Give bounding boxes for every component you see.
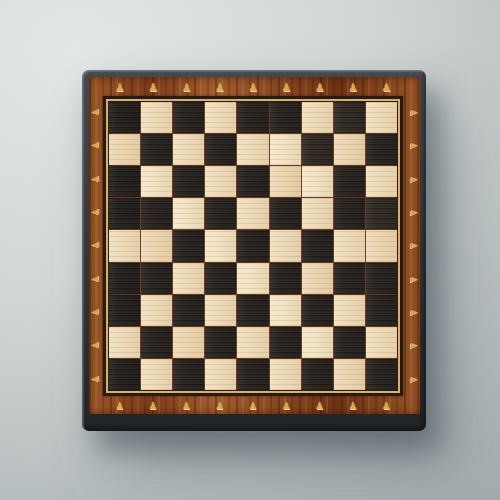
square-r5c7[interactable] [302,230,333,261]
pawn-ornament-icon: ♟ [270,397,303,413]
square-r3c6[interactable] [270,166,301,197]
pawn-ornament-icon: ♟ [170,79,203,95]
pawn-ornament-icon: ♟ [103,79,136,95]
pawn-ornament-icon: ♟ [136,397,169,413]
pawn-ornament-icon: ♟ [236,397,269,413]
square-r9c5[interactable] [237,359,268,390]
square-r1c1[interactable] [109,102,140,133]
square-r6c6[interactable] [270,263,301,294]
square-r1c9[interactable] [366,102,397,133]
square-r3c2[interactable] [141,166,172,197]
pawn-ornament-icon: ♟ [203,397,236,413]
square-r1c8[interactable] [334,102,365,133]
pawn-ornament-icon: ♟ [203,79,236,95]
square-r8c4[interactable] [205,327,236,358]
square-r3c7[interactable] [302,166,333,197]
chessboard: ♟♟♟♟♟♟♟♟♟ ♟♟♟♟♟♟♟♟♟ ♟♟♟♟♟♟♟♟♟ ♟♟♟♟♟♟♟♟♟ [82,70,426,431]
pawn-ornament-icon: ♟ [136,79,169,95]
square-r3c1[interactable] [109,166,140,197]
pawn-ornament-icon: ♟ [370,79,403,95]
square-r7c4[interactable] [205,295,236,326]
square-r2c3[interactable] [173,134,204,165]
square-r4c1[interactable] [109,198,140,229]
square-r1c4[interactable] [205,102,236,133]
square-r6c1[interactable] [109,263,140,294]
pawn-ornament-icon: ♟ [236,79,269,95]
square-r6c5[interactable] [237,263,268,294]
square-r6c3[interactable] [173,263,204,294]
square-r1c7[interactable] [302,102,333,133]
wood-border: ♟♟♟♟♟♟♟♟♟ ♟♟♟♟♟♟♟♟♟ ♟♟♟♟♟♟♟♟♟ ♟♟♟♟♟♟♟♟♟ [89,77,420,414]
square-r1c3[interactable] [173,102,204,133]
square-r9c2[interactable] [141,359,172,390]
ornament-row-right: ♟♟♟♟♟♟♟♟♟ [407,96,419,396]
square-r2c4[interactable] [205,134,236,165]
square-r4c4[interactable] [205,198,236,229]
square-r9c6[interactable] [270,359,301,390]
pawn-ornament-icon: ♟ [170,397,203,413]
square-r6c4[interactable] [205,263,236,294]
square-r2c9[interactable] [366,134,397,165]
square-r8c9[interactable] [366,327,397,358]
square-r6c8[interactable] [334,263,365,294]
square-r8c5[interactable] [237,327,268,358]
square-r7c6[interactable] [270,295,301,326]
square-r7c9[interactable] [366,295,397,326]
pawn-ornament-icon: ♟ [270,79,303,95]
square-r9c4[interactable] [205,359,236,390]
square-r2c1[interactable] [109,134,140,165]
square-r2c2[interactable] [141,134,172,165]
square-r3c5[interactable] [237,166,268,197]
square-r4c5[interactable] [237,198,268,229]
square-r1c6[interactable] [270,102,301,133]
square-r8c6[interactable] [270,327,301,358]
ornament-row-top: ♟♟♟♟♟♟♟♟♟ [103,79,403,95]
wall-background: ♟♟♟♟♟♟♟♟♟ ♟♟♟♟♟♟♟♟♟ ♟♟♟♟♟♟♟♟♟ ♟♟♟♟♟♟♟♟♟ [0,0,500,500]
square-r6c7[interactable] [302,263,333,294]
square-r4c3[interactable] [173,198,204,229]
square-r8c2[interactable] [141,327,172,358]
square-r8c7[interactable] [302,327,333,358]
square-r8c3[interactable] [173,327,204,358]
square-r7c5[interactable] [237,295,268,326]
square-r7c8[interactable] [334,295,365,326]
square-r6c2[interactable] [141,263,172,294]
square-r4c6[interactable] [270,198,301,229]
square-r2c7[interactable] [302,134,333,165]
square-r2c6[interactable] [270,134,301,165]
square-r2c5[interactable] [237,134,268,165]
pawn-ornament-icon: ♟ [303,397,336,413]
square-r5c9[interactable] [366,230,397,261]
square-r4c8[interactable] [334,198,365,229]
square-r5c4[interactable] [205,230,236,261]
square-r6c9[interactable] [366,263,397,294]
square-r4c9[interactable] [366,198,397,229]
board-grid [108,101,398,391]
ornament-row-bottom: ♟♟♟♟♟♟♟♟♟ [103,397,403,413]
square-r9c7[interactable] [302,359,333,390]
square-r5c8[interactable] [334,230,365,261]
pawn-ornament-icon: ♟ [303,79,336,95]
square-r9c8[interactable] [334,359,365,390]
square-r4c7[interactable] [302,198,333,229]
square-r3c3[interactable] [173,166,204,197]
square-r8c1[interactable] [109,327,140,358]
square-r7c3[interactable] [173,295,204,326]
square-r9c1[interactable] [109,359,140,390]
square-r3c4[interactable] [205,166,236,197]
square-r2c8[interactable] [334,134,365,165]
square-r7c1[interactable] [109,295,140,326]
gold-pinstripe [106,99,400,393]
square-r5c1[interactable] [109,230,140,261]
square-r5c5[interactable] [237,230,268,261]
pawn-ornament-icon: ♟ [370,397,403,413]
square-r8c8[interactable] [334,327,365,358]
square-r3c9[interactable] [366,166,397,197]
square-r5c6[interactable] [270,230,301,261]
pawn-ornament-icon: ♟ [336,397,369,413]
square-r7c7[interactable] [302,295,333,326]
square-r1c5[interactable] [237,102,268,133]
square-r9c9[interactable] [366,359,397,390]
square-r4c2[interactable] [141,198,172,229]
square-r1c2[interactable] [141,102,172,133]
square-r3c8[interactable] [334,166,365,197]
pawn-ornament-icon: ♟ [103,397,136,413]
pawn-ornament-icon: ♟ [336,79,369,95]
square-r5c3[interactable] [173,230,204,261]
square-r5c2[interactable] [141,230,172,261]
playing-area-frame [103,96,403,396]
ornament-row-left: ♟♟♟♟♟♟♟♟♟ [90,96,102,396]
square-r9c3[interactable] [173,359,204,390]
square-r7c2[interactable] [141,295,172,326]
